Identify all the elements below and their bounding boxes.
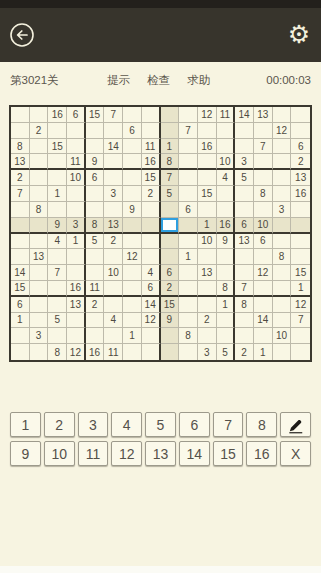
cell-r4c14[interactable] — [254, 154, 273, 170]
cell-r15c13[interactable] — [235, 328, 254, 344]
cell-r12c5[interactable]: 11 — [86, 281, 105, 297]
cell-r4c15[interactable] — [273, 154, 292, 170]
cell-r4c3[interactable] — [48, 154, 67, 170]
cell-r1c6[interactable]: 7 — [104, 107, 123, 123]
cell-r16c11[interactable]: 3 — [198, 344, 217, 360]
cell-r9c13[interactable]: 13 — [235, 234, 254, 250]
cell-r1c16[interactable] — [291, 107, 310, 123]
cell-r14c2[interactable] — [30, 313, 49, 329]
num-button-5[interactable]: 5 — [145, 412, 176, 437]
cell-r10c3[interactable] — [48, 249, 67, 265]
header-row: 第3021关 提示 检查 求助 00:00:03 — [0, 62, 321, 98]
cell-r3c16[interactable]: 6 — [291, 139, 310, 155]
cell-r14c5[interactable] — [86, 313, 105, 329]
cell-r14c10[interactable] — [179, 313, 198, 329]
hint-button[interactable]: 提示 — [107, 73, 130, 88]
cell-r2c4[interactable] — [67, 123, 86, 139]
cell-r14c7[interactable] — [123, 313, 142, 329]
cell-r11c8[interactable]: 4 — [142, 265, 161, 281]
cell-r14c15[interactable] — [273, 313, 292, 329]
cell-r8c10[interactable] — [179, 218, 198, 234]
cell-r12c13[interactable]: 7 — [235, 281, 254, 297]
cell-r14c14[interactable]: 14 — [254, 313, 273, 329]
cell-r10c8[interactable] — [142, 249, 161, 265]
cell-r1c3[interactable]: 16 — [48, 107, 67, 123]
cell-r11c11[interactable]: 13 — [198, 265, 217, 281]
cell-r12c14[interactable] — [254, 281, 273, 297]
cell-r7c4[interactable] — [67, 202, 86, 218]
cell-r8c8[interactable] — [142, 218, 161, 234]
cell-r15c2[interactable]: 3 — [30, 328, 49, 344]
cell-r10c9[interactable] — [161, 249, 180, 265]
cell-r13c5[interactable]: 2 — [86, 297, 105, 313]
cell-r13c11[interactable] — [198, 297, 217, 313]
cell-r4c10[interactable] — [179, 154, 198, 170]
cell-r1c12[interactable]: 11 — [217, 107, 236, 123]
cell-r12c12[interactable]: 8 — [217, 281, 236, 297]
cell-r11c9[interactable]: 6 — [161, 265, 180, 281]
cell-r10c7[interactable]: 12 — [123, 249, 142, 265]
cell-r4c13[interactable]: 3 — [235, 154, 254, 170]
cell-r14c12[interactable] — [217, 313, 236, 329]
cell-r4c7[interactable] — [123, 154, 142, 170]
cell-r9c15[interactable] — [273, 234, 292, 250]
cell-r6c2[interactable] — [30, 186, 49, 202]
cell-r6c16[interactable]: 16 — [291, 186, 310, 202]
cell-r15c9[interactable] — [161, 328, 180, 344]
cell-r1c1[interactable] — [11, 107, 30, 123]
cell-r13c14[interactable] — [254, 297, 273, 313]
cell-r2c16[interactable] — [291, 123, 310, 139]
cell-r8c7[interactable] — [123, 218, 142, 234]
cell-r12c1[interactable]: 15 — [11, 281, 30, 297]
cell-r13c9[interactable]: 15 — [161, 297, 180, 313]
cell-r6c11[interactable]: 15 — [198, 186, 217, 202]
cell-r5c2[interactable] — [30, 170, 49, 186]
cell-r11c3[interactable]: 7 — [48, 265, 67, 281]
cell-r7c15[interactable]: 3 — [273, 202, 292, 218]
cell-r2c5[interactable] — [86, 123, 105, 139]
cell-r6c12[interactable] — [217, 186, 236, 202]
clear-button[interactable]: X — [280, 441, 311, 466]
cell-r13c10[interactable] — [179, 297, 198, 313]
cell-r11c15[interactable] — [273, 265, 292, 281]
cell-r1c7[interactable] — [123, 107, 142, 123]
cell-r6c5[interactable] — [86, 186, 105, 202]
cell-r4c16[interactable]: 2 — [291, 154, 310, 170]
cell-r6c9[interactable]: 5 — [161, 186, 180, 202]
cell-r8c9[interactable] — [161, 218, 180, 234]
cell-r6c6[interactable]: 3 — [104, 186, 123, 202]
cell-r15c1[interactable] — [11, 328, 30, 344]
number-pad-row-2: 910111213141516X — [10, 441, 311, 466]
cell-r7c12[interactable] — [217, 202, 236, 218]
app-bar: ⚙ — [0, 8, 321, 62]
cell-r8c5[interactable]: 8 — [86, 218, 105, 234]
cell-r16c12[interactable]: 5 — [217, 344, 236, 360]
cell-r7c8[interactable] — [142, 202, 161, 218]
cell-r13c12[interactable]: 1 — [217, 297, 236, 313]
cell-r6c7[interactable] — [123, 186, 142, 202]
cell-r3c8[interactable]: 11 — [142, 139, 161, 155]
cell-r15c8[interactable] — [142, 328, 161, 344]
cell-r3c1[interactable]: 8 — [11, 139, 30, 155]
bottom-strip — [0, 566, 321, 573]
cell-r8c11[interactable]: 1 — [198, 218, 217, 234]
num-button-12[interactable]: 12 — [111, 441, 142, 466]
cell-r15c15[interactable]: 10 — [273, 328, 292, 344]
cell-r13c15[interactable] — [273, 297, 292, 313]
cell-r11c6[interactable]: 10 — [104, 265, 123, 281]
cell-r3c5[interactable] — [86, 139, 105, 155]
cell-r10c1[interactable] — [11, 249, 30, 265]
gear-icon: ⚙ — [288, 22, 310, 48]
cell-r7c1[interactable] — [11, 202, 30, 218]
cell-r9c10[interactable] — [179, 234, 198, 250]
cell-r13c13[interactable]: 8 — [235, 297, 254, 313]
cell-r12c10[interactable] — [179, 281, 198, 297]
back-arrow-icon — [9, 22, 35, 48]
cell-r14c9[interactable]: 9 — [161, 313, 180, 329]
cell-r10c6[interactable] — [104, 249, 123, 265]
cell-r4c8[interactable]: 16 — [142, 154, 161, 170]
cell-r15c12[interactable] — [217, 328, 236, 344]
cell-r1c9[interactable] — [161, 107, 180, 123]
cell-r5c14[interactable] — [254, 170, 273, 186]
cell-r4c1[interactable]: 13 — [11, 154, 30, 170]
cell-r10c16[interactable] — [291, 249, 310, 265]
cell-r15c4[interactable] — [67, 328, 86, 344]
cell-r13c1[interactable]: 6 — [11, 297, 30, 313]
cell-r11c14[interactable]: 12 — [254, 265, 273, 281]
cell-r9c3[interactable]: 4 — [48, 234, 67, 250]
cell-r3c15[interactable] — [273, 139, 292, 155]
cell-r16c9[interactable] — [161, 344, 180, 360]
cell-r12c16[interactable]: 1 — [291, 281, 310, 297]
cell-r12c4[interactable]: 16 — [67, 281, 86, 297]
cell-r11c1[interactable]: 14 — [11, 265, 30, 281]
cell-r4c6[interactable] — [104, 154, 123, 170]
cell-r2c11[interactable] — [198, 123, 217, 139]
timer: 00:00:03 — [259, 74, 311, 86]
num-button-7[interactable]: 7 — [213, 412, 244, 437]
cell-r15c14[interactable] — [254, 328, 273, 344]
cell-r5c3[interactable] — [48, 170, 67, 186]
cell-r3c11[interactable]: 16 — [198, 139, 217, 155]
cell-r12c9[interactable]: 2 — [161, 281, 180, 297]
cell-r3c6[interactable]: 14 — [104, 139, 123, 155]
cell-r10c5[interactable] — [86, 249, 105, 265]
cell-r7c5[interactable] — [86, 202, 105, 218]
cell-r3c7[interactable] — [123, 139, 142, 155]
cell-r9c2[interactable] — [30, 234, 49, 250]
cell-r11c4[interactable] — [67, 265, 86, 281]
cell-r5c16[interactable]: 13 — [291, 170, 310, 186]
cell-r10c11[interactable] — [198, 249, 217, 265]
cell-r11c5[interactable] — [86, 265, 105, 281]
cell-r4c12[interactable]: 10 — [217, 154, 236, 170]
cell-r12c11[interactable] — [198, 281, 217, 297]
cell-r5c7[interactable] — [123, 170, 142, 186]
cell-r11c10[interactable] — [179, 265, 198, 281]
cell-r7c7[interactable]: 9 — [123, 202, 142, 218]
cell-r5c5[interactable]: 6 — [86, 170, 105, 186]
cell-r6c1[interactable]: 7 — [11, 186, 30, 202]
cell-r6c4[interactable] — [67, 186, 86, 202]
cell-r3c2[interactable] — [30, 139, 49, 155]
cell-r7c3[interactable] — [48, 202, 67, 218]
cell-r11c2[interactable] — [30, 265, 49, 281]
cell-r10c10[interactable]: 1 — [179, 249, 198, 265]
status-bar — [0, 0, 321, 8]
num-button-14[interactable]: 14 — [179, 441, 210, 466]
cell-r14c4[interactable] — [67, 313, 86, 329]
cell-r8c13[interactable]: 6 — [235, 218, 254, 234]
num-button-1[interactable]: 1 — [10, 412, 41, 437]
cell-r5c8[interactable]: 15 — [142, 170, 161, 186]
cell-r5c4[interactable]: 10 — [67, 170, 86, 186]
level-label: 第3021关 — [10, 73, 59, 88]
num-button-11[interactable]: 11 — [78, 441, 109, 466]
cell-r6c15[interactable] — [273, 186, 292, 202]
cell-r2c12[interactable] — [217, 123, 236, 139]
cell-r6c8[interactable]: 2 — [142, 186, 161, 202]
cell-r11c7[interactable] — [123, 265, 142, 281]
cell-r2c10[interactable]: 7 — [179, 123, 198, 139]
header-actions: 提示 检查 求助 — [107, 73, 210, 88]
cell-r1c8[interactable] — [142, 107, 161, 123]
cell-r10c14[interactable] — [254, 249, 273, 265]
cell-r2c1[interactable] — [11, 123, 30, 139]
cell-r6c13[interactable] — [235, 186, 254, 202]
cell-r1c10[interactable] — [179, 107, 198, 123]
cell-r3c12[interactable] — [217, 139, 236, 155]
num-button-13[interactable]: 13 — [145, 441, 176, 466]
cell-r10c13[interactable] — [235, 249, 254, 265]
cell-r16c15[interactable] — [273, 344, 292, 360]
cell-r8c14[interactable]: 10 — [254, 218, 273, 234]
cell-r5c1[interactable]: 2 — [11, 170, 30, 186]
help-button[interactable]: 求助 — [187, 73, 210, 88]
cell-r16c10[interactable] — [179, 344, 198, 360]
num-button-2[interactable]: 2 — [44, 412, 75, 437]
cell-r15c11[interactable] — [198, 328, 217, 344]
cell-r5c6[interactable] — [104, 170, 123, 186]
cell-r14c13[interactable] — [235, 313, 254, 329]
number-pad-row-1: 12345678 — [10, 412, 311, 437]
cell-r12c3[interactable] — [48, 281, 67, 297]
cell-r14c8[interactable]: 12 — [142, 313, 161, 329]
cell-r9c9[interactable] — [161, 234, 180, 250]
pencil-button[interactable] — [280, 412, 311, 437]
cell-r7c9[interactable] — [161, 202, 180, 218]
cell-r13c16[interactable]: 12 — [291, 297, 310, 313]
cell-r5c12[interactable]: 4 — [217, 170, 236, 186]
cell-r16c6[interactable]: 11 — [104, 344, 123, 360]
num-button-4[interactable]: 4 — [111, 412, 142, 437]
cell-r5c15[interactable] — [273, 170, 292, 186]
cell-r8c3[interactable]: 9 — [48, 218, 67, 234]
cell-r9c16[interactable] — [291, 234, 310, 250]
cell-r8c12[interactable]: 16 — [217, 218, 236, 234]
cell-r1c4[interactable]: 6 — [67, 107, 86, 123]
num-button-8[interactable]: 8 — [246, 412, 277, 437]
cell-r4c5[interactable]: 9 — [86, 154, 105, 170]
cell-r2c3[interactable] — [48, 123, 67, 139]
cell-r11c13[interactable] — [235, 265, 254, 281]
cell-r8c2[interactable] — [30, 218, 49, 234]
cell-r7c16[interactable] — [291, 202, 310, 218]
app-screen: ⚙ 第3021关 提示 检查 求助 00:00:03 1661571211141… — [0, 0, 321, 573]
pencil-icon — [286, 415, 306, 435]
cell-r8c6[interactable]: 13 — [104, 218, 123, 234]
cell-r16c1[interactable] — [11, 344, 30, 360]
cell-r6c3[interactable]: 1 — [48, 186, 67, 202]
cell-r1c14[interactable]: 13 — [254, 107, 273, 123]
cell-r16c7[interactable] — [123, 344, 142, 360]
cell-r9c8[interactable] — [142, 234, 161, 250]
cell-r9c6[interactable]: 2 — [104, 234, 123, 250]
cell-r14c16[interactable]: 7 — [291, 313, 310, 329]
cell-r7c13[interactable] — [235, 202, 254, 218]
cell-r5c13[interactable]: 5 — [235, 170, 254, 186]
cell-r9c14[interactable]: 6 — [254, 234, 273, 250]
cell-r10c12[interactable] — [217, 249, 236, 265]
sudoku-board[interactable]: 1661571211141326712815141111676131191681… — [9, 105, 312, 362]
cell-r13c8[interactable]: 14 — [142, 297, 161, 313]
cell-r16c13[interactable]: 2 — [235, 344, 254, 360]
cell-r16c16[interactable] — [291, 344, 310, 360]
cell-r12c7[interactable] — [123, 281, 142, 297]
cell-r9c7[interactable] — [123, 234, 142, 250]
num-button-10[interactable]: 10 — [44, 441, 75, 466]
cell-r7c14[interactable] — [254, 202, 273, 218]
cell-r13c6[interactable] — [104, 297, 123, 313]
cell-r16c3[interactable]: 8 — [48, 344, 67, 360]
cell-r8c4[interactable]: 3 — [67, 218, 86, 234]
num-button-16[interactable]: 16 — [246, 441, 277, 466]
cell-r11c12[interactable] — [217, 265, 236, 281]
cell-r16c2[interactable] — [30, 344, 49, 360]
cell-r6c14[interactable]: 8 — [254, 186, 273, 202]
cell-r12c8[interactable]: 6 — [142, 281, 161, 297]
cell-r15c7[interactable]: 1 — [123, 328, 142, 344]
cell-r8c16[interactable] — [291, 218, 310, 234]
cell-r7c6[interactable] — [104, 202, 123, 218]
number-pad: 12345678 910111213141516X — [10, 412, 311, 470]
cell-r1c15[interactable] — [273, 107, 292, 123]
cell-r1c11[interactable]: 12 — [198, 107, 217, 123]
back-button[interactable] — [9, 22, 35, 48]
cell-r3c10[interactable] — [179, 139, 198, 155]
cell-r4c2[interactable] — [30, 154, 49, 170]
cell-r11c16[interactable]: 15 — [291, 265, 310, 281]
cell-r4c4[interactable]: 11 — [67, 154, 86, 170]
cell-r14c3[interactable]: 5 — [48, 313, 67, 329]
cell-r6c10[interactable] — [179, 186, 198, 202]
cell-r16c8[interactable] — [142, 344, 161, 360]
cell-r10c4[interactable] — [67, 249, 86, 265]
cell-r8c15[interactable] — [273, 218, 292, 234]
cell-r7c11[interactable] — [198, 202, 217, 218]
cell-r3c9[interactable]: 1 — [161, 139, 180, 155]
cell-r9c4[interactable]: 1 — [67, 234, 86, 250]
cell-r4c9[interactable]: 8 — [161, 154, 180, 170]
cell-r7c2[interactable]: 8 — [30, 202, 49, 218]
cell-r14c1[interactable]: 1 — [11, 313, 30, 329]
cell-r3c14[interactable]: 7 — [254, 139, 273, 155]
cell-r2c6[interactable] — [104, 123, 123, 139]
cell-r5c9[interactable]: 7 — [161, 170, 180, 186]
cell-r2c2[interactable]: 2 — [30, 123, 49, 139]
cell-r15c5[interactable] — [86, 328, 105, 344]
cell-r5c10[interactable] — [179, 170, 198, 186]
cell-r16c14[interactable]: 1 — [254, 344, 273, 360]
cell-r2c9[interactable] — [161, 123, 180, 139]
cell-r4c11[interactable] — [198, 154, 217, 170]
cell-r15c16[interactable] — [291, 328, 310, 344]
cell-r14c11[interactable]: 2 — [198, 313, 217, 329]
cell-r15c10[interactable]: 8 — [179, 328, 198, 344]
cell-r15c6[interactable] — [104, 328, 123, 344]
cell-r12c15[interactable] — [273, 281, 292, 297]
cell-r1c2[interactable] — [30, 107, 49, 123]
check-button[interactable]: 检查 — [147, 73, 170, 88]
cell-r16c4[interactable]: 12 — [67, 344, 86, 360]
cell-r14c6[interactable]: 4 — [104, 313, 123, 329]
cell-r7c10[interactable]: 6 — [179, 202, 198, 218]
cell-r2c7[interactable]: 6 — [123, 123, 142, 139]
cell-r16c5[interactable]: 16 — [86, 344, 105, 360]
num-button-9[interactable]: 9 — [10, 441, 41, 466]
cell-r9c11[interactable]: 10 — [198, 234, 217, 250]
cell-r2c13[interactable] — [235, 123, 254, 139]
cell-r3c3[interactable]: 15 — [48, 139, 67, 155]
settings-button[interactable]: ⚙ — [286, 22, 312, 48]
cell-r2c15[interactable]: 12 — [273, 123, 292, 139]
cell-r12c2[interactable] — [30, 281, 49, 297]
num-button-6[interactable]: 6 — [179, 412, 210, 437]
cell-r12c6[interactable] — [104, 281, 123, 297]
cell-r13c7[interactable] — [123, 297, 142, 313]
cell-r10c15[interactable]: 8 — [273, 249, 292, 265]
cell-r5c11[interactable] — [198, 170, 217, 186]
num-button-3[interactable]: 3 — [78, 412, 109, 437]
cell-r9c1[interactable] — [11, 234, 30, 250]
cell-r13c4[interactable]: 13 — [67, 297, 86, 313]
cell-r3c13[interactable] — [235, 139, 254, 155]
cell-r15c3[interactable] — [48, 328, 67, 344]
cell-r1c13[interactable]: 14 — [235, 107, 254, 123]
num-button-15[interactable]: 15 — [213, 441, 244, 466]
cell-r2c14[interactable] — [254, 123, 273, 139]
cell-r1c5[interactable]: 15 — [86, 107, 105, 123]
cell-r9c5[interactable]: 5 — [86, 234, 105, 250]
cell-r10c2[interactable]: 13 — [30, 249, 49, 265]
cell-r2c8[interactable] — [142, 123, 161, 139]
cell-r9c12[interactable]: 9 — [217, 234, 236, 250]
cell-r13c3[interactable] — [48, 297, 67, 313]
cell-r8c1[interactable] — [11, 218, 30, 234]
cell-r3c4[interactable] — [67, 139, 86, 155]
cell-r13c2[interactable] — [30, 297, 49, 313]
